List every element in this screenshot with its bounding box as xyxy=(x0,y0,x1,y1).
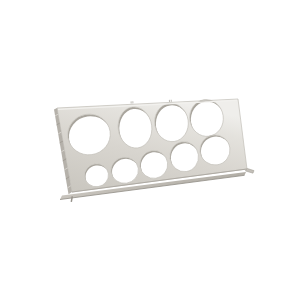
stamp-mark-dash xyxy=(171,100,172,102)
stamp-mark-dash xyxy=(169,100,170,102)
stamp-mark-dash xyxy=(132,101,133,103)
metal-tray-image xyxy=(0,0,300,300)
stamp-mark-dash xyxy=(131,101,132,103)
front-flange-hook xyxy=(71,196,72,202)
product-photo xyxy=(0,0,300,300)
